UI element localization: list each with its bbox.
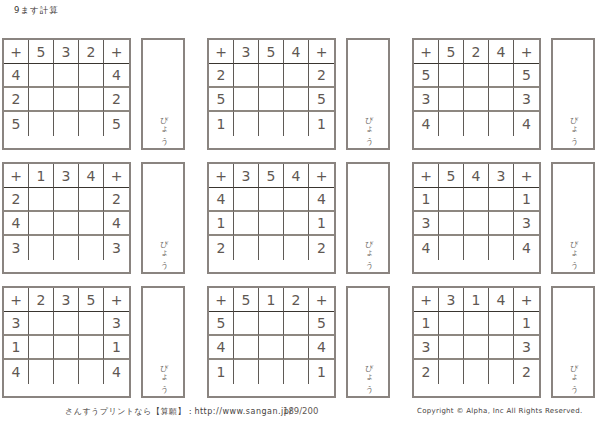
timer-label: びょう xyxy=(363,111,374,141)
answer-cell xyxy=(284,360,309,384)
column-header-cell: 3 xyxy=(54,164,79,188)
row-header-cell: 2 xyxy=(209,64,234,88)
row-header-cell: 1 xyxy=(309,212,334,236)
operator-cell: + xyxy=(4,164,29,188)
operator-cell: + xyxy=(104,288,129,312)
answer-cell xyxy=(284,312,309,336)
row-header-cell: 1 xyxy=(309,360,334,384)
timer-box: びょう xyxy=(551,38,595,150)
answer-cell xyxy=(54,236,79,260)
answer-cell xyxy=(464,360,489,384)
answer-cell xyxy=(439,188,464,212)
answer-cell xyxy=(54,88,79,112)
answer-cell xyxy=(79,360,104,384)
puzzle-grid: +532+442255 xyxy=(2,38,131,150)
puzzle-grid: +512+554411 xyxy=(207,286,336,398)
answer-cell xyxy=(439,312,464,336)
row-header-cell: 1 xyxy=(209,360,234,384)
row-header-cell: 2 xyxy=(4,88,29,112)
answer-cell xyxy=(284,236,309,260)
puzzle-unit: +235+331144びょう xyxy=(2,286,185,398)
timer-box: びょう xyxy=(346,286,390,398)
row-header-cell: 4 xyxy=(104,212,129,236)
column-header-cell: 4 xyxy=(284,164,309,188)
answer-cell xyxy=(259,312,284,336)
answer-cell xyxy=(259,112,284,136)
answer-cell xyxy=(79,112,104,136)
footer-page-number: 189/200 xyxy=(283,406,318,416)
column-header-cell: 5 xyxy=(439,40,464,64)
timer-box: びょう xyxy=(346,38,390,150)
row-header-cell: 4 xyxy=(209,188,234,212)
answer-cell xyxy=(439,88,464,112)
row-header-cell: 4 xyxy=(514,112,539,136)
column-header-cell: 1 xyxy=(29,164,54,188)
row-header-cell: 5 xyxy=(514,64,539,88)
row-header-cell: 2 xyxy=(309,236,334,260)
column-header-cell: 2 xyxy=(29,288,54,312)
timer-label: びょう xyxy=(568,111,579,141)
row-header-cell: 4 xyxy=(4,360,29,384)
answer-cell xyxy=(464,112,489,136)
row-header-cell: 1 xyxy=(514,188,539,212)
row-header-cell: 3 xyxy=(4,312,29,336)
answer-cell xyxy=(79,236,104,260)
answer-cell xyxy=(54,188,79,212)
row-header-cell: 2 xyxy=(514,360,539,384)
timer-box: びょう xyxy=(346,162,390,274)
answer-cell xyxy=(284,88,309,112)
answer-cell xyxy=(234,88,259,112)
answer-cell xyxy=(79,312,104,336)
row-header-cell: 1 xyxy=(209,212,234,236)
answer-cell xyxy=(489,360,514,384)
puzzle-unit: +512+554411びょう xyxy=(207,286,390,398)
timer-label: びょう xyxy=(158,359,169,389)
timer-label: びょう xyxy=(568,235,579,265)
footer-copyright: Copyright © Alpha, Inc All Rights Reserv… xyxy=(417,407,583,415)
row-header-cell: 4 xyxy=(309,188,334,212)
operator-cell: + xyxy=(104,40,129,64)
row-header-cell: 3 xyxy=(104,312,129,336)
answer-cell xyxy=(29,64,54,88)
column-header-cell: 3 xyxy=(234,164,259,188)
row-header-cell: 4 xyxy=(414,112,439,136)
operator-cell: + xyxy=(104,164,129,188)
timer-label: びょう xyxy=(568,359,579,389)
row-header-cell: 5 xyxy=(4,112,29,136)
answer-cell xyxy=(79,188,104,212)
operator-cell: + xyxy=(4,40,29,64)
column-header-cell: 3 xyxy=(54,40,79,64)
row-header-cell: 5 xyxy=(309,312,334,336)
answer-cell xyxy=(54,212,79,236)
answer-cell xyxy=(439,212,464,236)
answer-cell xyxy=(464,88,489,112)
column-header-cell: 3 xyxy=(489,164,514,188)
puzzle-unit: +134+224433びょう xyxy=(2,162,185,274)
answer-cell xyxy=(284,188,309,212)
row-header-cell: 4 xyxy=(104,64,129,88)
answer-cell xyxy=(284,212,309,236)
row-header-cell: 4 xyxy=(309,336,334,360)
timer-label: びょう xyxy=(158,235,169,265)
operator-cell: + xyxy=(309,164,334,188)
puzzle-unit: +532+442255びょう xyxy=(2,38,185,150)
answer-cell xyxy=(29,236,54,260)
answer-cell xyxy=(259,336,284,360)
operator-cell: + xyxy=(209,40,234,64)
answer-cell xyxy=(464,312,489,336)
operator-cell: + xyxy=(309,40,334,64)
column-header-cell: 2 xyxy=(79,40,104,64)
answer-cell xyxy=(29,188,54,212)
answer-cell xyxy=(489,88,514,112)
puzzle-unit: +524+553344びょう xyxy=(412,38,595,150)
puzzle-grid: +354+441122 xyxy=(207,162,336,274)
puzzle-grid: +314+113322 xyxy=(412,286,541,398)
operator-cell: + xyxy=(514,164,539,188)
answer-cell xyxy=(234,212,259,236)
answer-cell xyxy=(464,336,489,360)
answer-cell xyxy=(439,112,464,136)
operator-cell: + xyxy=(209,164,234,188)
answer-cell xyxy=(234,112,259,136)
timer-box: びょう xyxy=(141,286,185,398)
answer-cell xyxy=(259,64,284,88)
row-header-cell: 1 xyxy=(414,312,439,336)
answer-cell xyxy=(29,360,54,384)
answer-cell xyxy=(439,360,464,384)
answer-cell xyxy=(489,336,514,360)
puzzle-grid: +524+553344 xyxy=(412,38,541,150)
column-header-cell: 5 xyxy=(259,164,284,188)
operator-cell: + xyxy=(514,288,539,312)
answer-cell xyxy=(234,336,259,360)
column-header-cell: 2 xyxy=(464,40,489,64)
answer-cell xyxy=(259,88,284,112)
row-header-cell: 3 xyxy=(514,88,539,112)
row-header-cell: 5 xyxy=(309,88,334,112)
operator-cell: + xyxy=(309,288,334,312)
row-header-cell: 3 xyxy=(414,88,439,112)
answer-cell xyxy=(234,360,259,384)
operator-cell: + xyxy=(514,40,539,64)
row-header-cell: 2 xyxy=(104,188,129,212)
answer-cell xyxy=(29,112,54,136)
timer-box: びょう xyxy=(551,286,595,398)
puzzle-unit: +354+441122びょう xyxy=(207,162,390,274)
answer-cell xyxy=(464,236,489,260)
row-header-cell: 4 xyxy=(514,236,539,260)
puzzle-grid: +354+225511 xyxy=(207,38,336,150)
row-header-cell: 5 xyxy=(414,64,439,88)
timer-box: びょう xyxy=(141,162,185,274)
column-header-cell: 4 xyxy=(489,40,514,64)
row-header-cell: 1 xyxy=(414,188,439,212)
row-header-cell: 4 xyxy=(209,336,234,360)
row-header-cell: 2 xyxy=(414,360,439,384)
answer-cell xyxy=(234,312,259,336)
row-header-cell: 3 xyxy=(414,212,439,236)
column-header-cell: 5 xyxy=(439,164,464,188)
row-header-cell: 3 xyxy=(514,336,539,360)
column-header-cell: 3 xyxy=(439,288,464,312)
answer-cell xyxy=(54,360,79,384)
answer-cell xyxy=(54,64,79,88)
puzzle-unit: +314+113322びょう xyxy=(412,286,595,398)
row-header-cell: 5 xyxy=(209,88,234,112)
row-header-cell: 2 xyxy=(209,236,234,260)
column-header-cell: 5 xyxy=(259,40,284,64)
answer-cell xyxy=(489,64,514,88)
column-header-cell: 4 xyxy=(489,288,514,312)
puzzle-grid: +134+224433 xyxy=(2,162,131,274)
answer-cell xyxy=(489,212,514,236)
answer-cell xyxy=(284,64,309,88)
answer-cell xyxy=(29,212,54,236)
row-header-cell: 3 xyxy=(104,236,129,260)
row-header-cell: 3 xyxy=(4,236,29,260)
answer-cell xyxy=(29,336,54,360)
answer-cell xyxy=(464,212,489,236)
row-header-cell: 4 xyxy=(104,360,129,384)
answer-cell xyxy=(54,336,79,360)
row-header-cell: 2 xyxy=(104,88,129,112)
answer-cell xyxy=(464,64,489,88)
row-header-cell: 4 xyxy=(4,64,29,88)
operator-cell: + xyxy=(414,288,439,312)
answer-cell xyxy=(54,312,79,336)
row-header-cell: 5 xyxy=(104,112,129,136)
timer-label: びょう xyxy=(158,111,169,141)
column-header-cell: 5 xyxy=(29,40,54,64)
operator-cell: + xyxy=(209,288,234,312)
row-header-cell: 1 xyxy=(309,112,334,136)
column-header-cell: 4 xyxy=(79,164,104,188)
answer-cell xyxy=(464,188,489,212)
column-header-cell: 5 xyxy=(79,288,104,312)
answer-cell xyxy=(29,88,54,112)
timer-label: びょう xyxy=(363,235,374,265)
worksheet-page: 9ます計算 +532+442255びょう+354+225511びょう+524+5… xyxy=(0,0,600,422)
answer-cell xyxy=(439,336,464,360)
answer-cell xyxy=(29,312,54,336)
row-header-cell: 1 xyxy=(4,336,29,360)
column-header-cell: 1 xyxy=(259,288,284,312)
row-header-cell: 4 xyxy=(4,212,29,236)
column-header-cell: 3 xyxy=(234,40,259,64)
column-header-cell: 2 xyxy=(284,288,309,312)
answer-cell xyxy=(79,88,104,112)
answer-cell xyxy=(259,236,284,260)
row-header-cell: 3 xyxy=(414,336,439,360)
timer-label: びょう xyxy=(363,359,374,389)
timer-box: びょう xyxy=(551,162,595,274)
timer-box: びょう xyxy=(141,38,185,150)
answer-cell xyxy=(259,360,284,384)
answer-cell xyxy=(439,64,464,88)
answer-cell xyxy=(54,112,79,136)
answer-cell xyxy=(79,336,104,360)
answer-cell xyxy=(284,112,309,136)
answer-cell xyxy=(79,212,104,236)
answer-cell xyxy=(234,64,259,88)
answer-cell xyxy=(439,236,464,260)
answer-cell xyxy=(234,188,259,212)
answer-cell xyxy=(284,336,309,360)
answer-cell xyxy=(489,112,514,136)
answer-cell xyxy=(259,188,284,212)
operator-cell: + xyxy=(414,164,439,188)
puzzle-grid: +543+113344 xyxy=(412,162,541,274)
puzzle-unit: +543+113344びょう xyxy=(412,162,595,274)
column-header-cell: 1 xyxy=(464,288,489,312)
answer-cell xyxy=(79,64,104,88)
row-header-cell: 1 xyxy=(209,112,234,136)
row-header-cell: 4 xyxy=(414,236,439,260)
puzzle-unit: +354+225511びょう xyxy=(207,38,390,150)
column-header-cell: 3 xyxy=(54,288,79,312)
answer-cell xyxy=(259,212,284,236)
row-header-cell: 1 xyxy=(104,336,129,360)
column-header-cell: 4 xyxy=(284,40,309,64)
footer-site-link: さんすうプリントなら【算願】：http://www.sangan.jp/ xyxy=(65,406,293,417)
row-header-cell: 3 xyxy=(514,212,539,236)
answer-cell xyxy=(489,312,514,336)
row-header-cell: 2 xyxy=(309,64,334,88)
answer-cell xyxy=(489,236,514,260)
row-header-cell: 2 xyxy=(4,188,29,212)
puzzle-grid: +235+331144 xyxy=(2,286,131,398)
operator-cell: + xyxy=(4,288,29,312)
page-title: 9ます計算 xyxy=(14,5,59,17)
answer-cell xyxy=(489,188,514,212)
row-header-cell: 1 xyxy=(514,312,539,336)
column-header-cell: 5 xyxy=(234,288,259,312)
operator-cell: + xyxy=(414,40,439,64)
row-header-cell: 5 xyxy=(209,312,234,336)
column-header-cell: 4 xyxy=(464,164,489,188)
answer-cell xyxy=(234,236,259,260)
